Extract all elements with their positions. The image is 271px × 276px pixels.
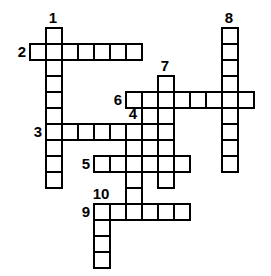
crossword-cell-r8c12[interactable] <box>221 155 239 173</box>
crossword-cell-r9c8[interactable] <box>157 171 175 189</box>
clue-number-3: 3 <box>10 124 42 140</box>
clue-number-8: 8 <box>213 10 245 26</box>
crossword-cell-r4c13[interactable] <box>237 91 255 109</box>
crossword-board: 12345678910 <box>0 0 271 276</box>
crossword-cell-r8c9[interactable] <box>173 155 191 173</box>
clue-number-1: 1 <box>37 10 69 26</box>
crossword-cell-r9c1[interactable] <box>45 171 63 189</box>
clue-number-9: 9 <box>58 204 90 220</box>
clue-number-10: 10 <box>85 186 117 202</box>
clue-number-5: 5 <box>58 156 90 172</box>
crossword-cell-r1c6[interactable] <box>125 43 143 61</box>
clue-number-2: 2 <box>0 44 26 60</box>
clue-number-6: 6 <box>90 92 122 108</box>
clue-number-4: 4 <box>117 106 149 122</box>
crossword-cell-r14c4[interactable] <box>93 251 111 269</box>
crossword-cell-r11c9[interactable] <box>173 203 191 221</box>
clue-number-7: 7 <box>149 58 181 74</box>
